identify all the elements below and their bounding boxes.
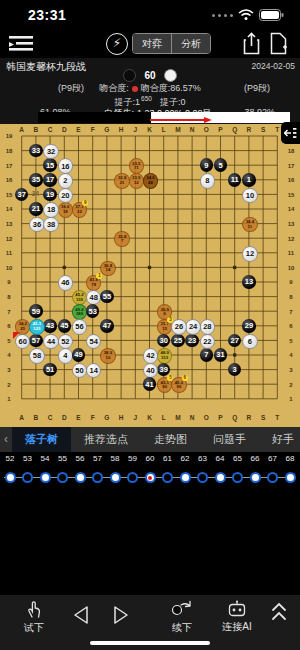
svg-text:17: 17 bbox=[288, 163, 295, 169]
stone-b-C6[interactable]: 43 bbox=[43, 319, 57, 333]
stone-b-R6[interactable]: 29 bbox=[242, 319, 256, 333]
stone-b-R16[interactable]: 1 bbox=[242, 173, 256, 187]
svg-text:19: 19 bbox=[6, 133, 13, 139]
svg-text:16: 16 bbox=[288, 177, 295, 183]
battery-icon bbox=[259, 9, 284, 21]
playout-count: 650 bbox=[141, 95, 152, 102]
strip-move-dot-58[interactable] bbox=[110, 472, 121, 483]
svg-text:10: 10 bbox=[288, 265, 295, 271]
svg-text:H: H bbox=[119, 126, 124, 133]
ai-candidate-H12[interactable]: 35.87 bbox=[114, 231, 130, 247]
svg-text:R: R bbox=[247, 414, 252, 421]
collapse-panel-button[interactable] bbox=[281, 122, 300, 144]
stone-b-C17[interactable]: 15 bbox=[43, 158, 57, 172]
engine-lightning-icon[interactable]: ⚡ bbox=[106, 33, 128, 55]
white-captures: 提子:0 bbox=[160, 97, 186, 107]
stone-b-B18[interactable]: 33 bbox=[29, 144, 43, 158]
svg-text:Q: Q bbox=[232, 126, 237, 134]
strip-move-dot-53[interactable] bbox=[22, 472, 33, 483]
strip-move-dot-54[interactable] bbox=[40, 472, 51, 483]
svg-text:K: K bbox=[147, 414, 152, 421]
strip-move-dot-68[interactable] bbox=[285, 472, 296, 483]
ai-candidate-K16[interactable]: 34.648 bbox=[143, 173, 159, 189]
svg-text:6: 6 bbox=[7, 323, 11, 329]
stone-b-N5[interactable]: 23 bbox=[185, 334, 199, 348]
captured-stone-label-B15: 34 bbox=[31, 190, 39, 197]
svg-text:J: J bbox=[133, 414, 137, 421]
svg-text:18: 18 bbox=[288, 148, 295, 154]
robot-icon bbox=[227, 600, 247, 617]
play-mode-button[interactable]: 对弈 bbox=[133, 34, 172, 53]
stone-b-O17[interactable]: 9 bbox=[200, 158, 214, 172]
strip-move-number[interactable]: 68 bbox=[280, 454, 300, 463]
stone-w-E6[interactable]: 56 bbox=[72, 319, 88, 335]
move-tree-menu-icon[interactable] bbox=[8, 34, 34, 52]
stone-b-G6[interactable]: 47 bbox=[100, 319, 114, 333]
svg-text:1: 1 bbox=[289, 396, 293, 402]
svg-text:15: 15 bbox=[6, 192, 13, 198]
svg-text:F: F bbox=[91, 126, 95, 133]
svg-text:B: B bbox=[34, 126, 39, 133]
black-captures: 提子:1 bbox=[115, 97, 141, 107]
stone-b-K2[interactable]: 41 bbox=[143, 377, 157, 391]
stone-w-C13[interactable]: 38 bbox=[43, 217, 59, 233]
hand-tap-icon bbox=[25, 600, 43, 618]
ai-candidate-M2[interactable]: 45.0966 bbox=[171, 377, 187, 393]
ai-candidate-J17[interactable]: 33.571 bbox=[129, 158, 145, 174]
svg-text:16: 16 bbox=[6, 177, 13, 183]
svg-text:E: E bbox=[76, 126, 81, 133]
svg-text:12: 12 bbox=[288, 236, 295, 242]
status-icons bbox=[212, 9, 284, 21]
stone-w-R11[interactable]: 12 bbox=[242, 246, 258, 262]
stone-w-R15[interactable]: 10 bbox=[242, 188, 258, 204]
stone-w-O6[interactable]: 28 bbox=[200, 319, 216, 335]
strip-move-dot-65[interactable] bbox=[232, 472, 243, 483]
go-board[interactable]: AA1919BB1818CC1717DD1616EE1515FF1414GG13… bbox=[0, 124, 300, 427]
try-move-button[interactable]: 试下 bbox=[12, 600, 56, 635]
svg-text:T: T bbox=[275, 414, 279, 421]
ai-candidate-G4[interactable]: 38.910 bbox=[100, 348, 116, 364]
cellular-signal-icon bbox=[212, 14, 233, 17]
stone-b-R9[interactable]: 13 bbox=[242, 275, 256, 289]
analysis-tabs: ‹ 落子树 推荐选点 走势图 问题手 好手 › bbox=[0, 427, 300, 452]
ai-candidate-E7[interactable]: 49.4389 bbox=[72, 304, 88, 320]
stone-w-D17[interactable]: 16 bbox=[58, 158, 74, 174]
current-strip-marker bbox=[148, 476, 152, 480]
strip-move-dot-62[interactable] bbox=[180, 472, 191, 483]
next-move-button[interactable] bbox=[112, 605, 130, 627]
svg-text:15: 15 bbox=[288, 192, 295, 198]
stone-w-D4[interactable]: 4 bbox=[58, 348, 74, 364]
prev-move-button[interactable] bbox=[72, 605, 90, 627]
svg-text:5: 5 bbox=[7, 338, 11, 344]
new-document-icon[interactable] bbox=[270, 32, 288, 55]
stone-w-C5[interactable]: 44 bbox=[43, 334, 59, 350]
svg-text:4: 4 bbox=[7, 352, 11, 358]
stone-b-Q16[interactable]: 11 bbox=[228, 173, 242, 187]
share-icon[interactable] bbox=[243, 32, 260, 55]
svg-text:N: N bbox=[190, 126, 195, 133]
current-move-number: 60 bbox=[144, 70, 155, 81]
strip-move-dot-52[interactable] bbox=[5, 472, 16, 483]
stone-b-P17[interactable]: 5 bbox=[214, 158, 228, 172]
strip-move-dot-56[interactable] bbox=[75, 472, 86, 483]
double-chevron-up-icon bbox=[270, 601, 288, 623]
bottom-toolbar: 试下 续下 连接AI bbox=[0, 595, 300, 650]
svg-text:3: 3 bbox=[289, 367, 293, 373]
move-tree-panel[interactable] bbox=[0, 488, 300, 595]
ai-candidate-G10[interactable]: 36.814 bbox=[100, 261, 116, 277]
record-dot-icon bbox=[132, 86, 138, 92]
svg-text:C: C bbox=[48, 414, 53, 421]
svg-text:2: 2 bbox=[289, 382, 293, 388]
svg-text:17: 17 bbox=[6, 163, 13, 169]
strip-move-dot-64[interactable] bbox=[215, 472, 226, 483]
svg-text:P: P bbox=[218, 126, 223, 133]
stone-b-B7[interactable]: 59 bbox=[29, 304, 43, 318]
black-stone-icon bbox=[123, 69, 136, 82]
svg-text:11: 11 bbox=[288, 250, 295, 256]
ai-candidate-D14[interactable]: 36.618 bbox=[58, 202, 74, 218]
svg-text:T: T bbox=[275, 126, 279, 133]
stone-b-C15[interactable]: 19 bbox=[43, 188, 57, 202]
svg-text:S: S bbox=[261, 126, 266, 133]
match-rate-row: 吻合度:吻合度:86.57% bbox=[0, 82, 300, 95]
svg-text:N: N bbox=[190, 414, 195, 421]
stone-w-D15[interactable]: 20 bbox=[58, 188, 74, 204]
svg-text:L: L bbox=[162, 414, 166, 421]
svg-text:8: 8 bbox=[7, 294, 11, 300]
lead-arrow-icon bbox=[150, 117, 212, 123]
tab-good-moves[interactable]: 好手 bbox=[259, 427, 300, 452]
prev-triangle-icon bbox=[72, 605, 90, 625]
svg-text:G: G bbox=[104, 126, 109, 133]
go-analysis-app: 23:31 ⚡ 对弈 分析 bbox=[0, 0, 300, 650]
svg-text:3: 3 bbox=[7, 367, 11, 373]
strip-move-dot-55[interactable] bbox=[57, 472, 68, 483]
svg-text:6: 6 bbox=[289, 323, 293, 329]
status-bar: 23:31 bbox=[0, 0, 300, 30]
ai-candidate-E14[interactable]: 37.1229 bbox=[72, 202, 88, 218]
white-match-rate: 吻合度:86.57% bbox=[141, 83, 201, 93]
svg-text:14: 14 bbox=[288, 206, 295, 212]
top-toolbar: ⚡ 对弈 分析 bbox=[0, 30, 300, 58]
continue-button[interactable]: 续下 bbox=[160, 600, 204, 635]
svg-text:L: L bbox=[162, 126, 166, 133]
stone-b-D6[interactable]: 45 bbox=[58, 319, 72, 333]
wifi-icon bbox=[238, 9, 254, 21]
stone-w-C18[interactable]: 32 bbox=[43, 144, 59, 160]
expand-toolbar-button[interactable] bbox=[270, 601, 288, 625]
svg-text:E: E bbox=[76, 414, 81, 421]
home-indicator bbox=[90, 641, 210, 645]
svg-text:7: 7 bbox=[289, 309, 293, 315]
strip-move-dot-59[interactable] bbox=[127, 472, 138, 483]
svg-text:13: 13 bbox=[6, 221, 13, 227]
strip-move-dot-60[interactable] bbox=[145, 472, 156, 483]
connect-ai-button[interactable]: 连接AI bbox=[212, 600, 262, 634]
strip-move-dot-57[interactable] bbox=[92, 472, 103, 483]
svg-text:B: B bbox=[34, 414, 39, 421]
stone-w-K4[interactable]: 42 bbox=[143, 348, 159, 364]
tabs-prev-icon[interactable]: ‹ bbox=[0, 427, 12, 452]
tab-trend-graph[interactable]: 走势图 bbox=[141, 427, 200, 452]
stone-b-C16[interactable]: 17 bbox=[43, 173, 57, 187]
next-triangle-icon bbox=[112, 605, 130, 625]
winrate-bar-black bbox=[38, 112, 151, 123]
svg-text:1: 1 bbox=[7, 396, 11, 402]
svg-text:7: 7 bbox=[7, 309, 11, 315]
stone-w-C14[interactable]: 18 bbox=[43, 202, 59, 218]
svg-text:18: 18 bbox=[6, 148, 13, 154]
svg-text:Q: Q bbox=[232, 414, 237, 422]
svg-text:2: 2 bbox=[7, 382, 11, 388]
stone-b-B5[interactable]: 57 bbox=[29, 334, 43, 348]
svg-text:8: 8 bbox=[289, 294, 293, 300]
white-stone-icon bbox=[164, 69, 177, 82]
svg-text:P: P bbox=[218, 414, 223, 421]
ai-candidate-R13[interactable]: 34.411 bbox=[242, 217, 258, 233]
svg-text:5: 5 bbox=[289, 338, 293, 344]
stone-b-B14[interactable]: 21 bbox=[29, 202, 43, 216]
svg-text:9: 9 bbox=[7, 279, 11, 285]
stone-b-P4[interactable]: 31 bbox=[214, 348, 228, 362]
svg-text:14: 14 bbox=[6, 206, 13, 212]
ai-candidate-J16[interactable]: 33.912 bbox=[129, 173, 145, 189]
ai-candidate-L4[interactable]: 48.9313 bbox=[157, 348, 173, 364]
stone-w-M6[interactable]: 26 bbox=[171, 319, 187, 335]
svg-text:13: 13 bbox=[288, 221, 295, 227]
svg-text:D: D bbox=[62, 414, 67, 421]
stone-w-B4[interactable]: 58 bbox=[29, 348, 45, 364]
black-match-label: 吻合度: bbox=[99, 83, 129, 93]
svg-text:4: 4 bbox=[289, 352, 293, 358]
svg-text:O: O bbox=[204, 126, 209, 133]
svg-text:O: O bbox=[204, 414, 209, 421]
ai-candidate-H16[interactable]: 32.821 bbox=[114, 173, 130, 189]
tab-suggestions[interactable]: 推荐选点 bbox=[71, 427, 141, 452]
move-counter: 60 bbox=[0, 66, 300, 80]
svg-text:A: A bbox=[19, 414, 24, 421]
game-info-panel: 韩国麦馨杯九段战 2024-02-05 60 (P9段) (P9段) 吻合度:吻… bbox=[0, 58, 300, 124]
strip-move-dot-63[interactable] bbox=[197, 472, 208, 483]
stone-w-R5[interactable]: 6 bbox=[242, 334, 258, 350]
svg-text:C: C bbox=[48, 126, 53, 133]
svg-text:11: 11 bbox=[6, 250, 13, 256]
stone-b-O4[interactable]: 7 bbox=[200, 348, 214, 362]
stone-w-O16[interactable]: 8 bbox=[200, 173, 216, 189]
svg-text:D: D bbox=[62, 126, 67, 133]
strip-move-dot-66[interactable] bbox=[250, 472, 261, 483]
stone-b-M5[interactable]: 25 bbox=[171, 334, 185, 348]
ai-candidate-F9[interactable]: 41.8781 bbox=[86, 275, 102, 291]
svg-text:G: G bbox=[104, 414, 109, 421]
tab-move-tree[interactable]: 落子树 bbox=[12, 427, 71, 452]
svg-text:R: R bbox=[247, 126, 252, 133]
svg-text:M: M bbox=[175, 414, 180, 421]
stone-w-D9[interactable]: 46 bbox=[58, 275, 74, 291]
analyze-mode-button[interactable]: 分析 bbox=[172, 34, 210, 53]
ai-candidate-B6[interactable]: 41.1123 bbox=[29, 319, 45, 335]
svg-text:M: M bbox=[175, 126, 180, 133]
svg-text:F: F bbox=[91, 414, 95, 421]
stone-b-B16[interactable]: 35 bbox=[29, 173, 43, 187]
current-move-marker bbox=[13, 332, 20, 339]
mode-segmented-control: 对弈 分析 bbox=[132, 33, 211, 54]
stone-w-N6[interactable]: 24 bbox=[185, 319, 201, 335]
stone-b-E4[interactable]: 49 bbox=[72, 348, 86, 362]
svg-text:12: 12 bbox=[6, 236, 13, 242]
stone-w-D16[interactable]: 2 bbox=[58, 173, 74, 189]
svg-text:S: S bbox=[261, 414, 266, 421]
svg-text:J: J bbox=[133, 126, 137, 133]
svg-text:H: H bbox=[119, 414, 124, 421]
move-number-strip[interactable]: 5253545556575859606162636465666768 bbox=[0, 452, 300, 488]
clock: 23:31 bbox=[28, 7, 66, 23]
tab-problem-moves[interactable]: 问题手 bbox=[200, 427, 259, 452]
stone-w-D5[interactable]: 52 bbox=[58, 334, 74, 350]
stone-w-O5[interactable]: 22 bbox=[200, 334, 216, 350]
stone-arrow-icon bbox=[171, 600, 193, 618]
strip-move-dot-67[interactable] bbox=[267, 472, 278, 483]
svg-text:10: 10 bbox=[6, 265, 13, 271]
svg-text:A: A bbox=[19, 126, 24, 133]
strip-move-dot-61[interactable] bbox=[162, 472, 173, 483]
svg-text:K: K bbox=[147, 126, 152, 133]
svg-text:9: 9 bbox=[289, 279, 293, 285]
stone-b-G8[interactable]: 55 bbox=[100, 290, 114, 304]
